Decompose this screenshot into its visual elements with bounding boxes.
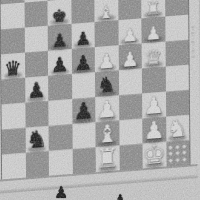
square-h5[interactable] [165, 40, 189, 67]
black-pawn-glyph: ♟ [27, 80, 46, 103]
square-c1[interactable] [49, 149, 73, 176]
piece-white-bishop-e7[interactable]: ♝ [94, 0, 118, 22]
piece-black-pawn-d5[interactable]: ♟ [71, 32, 95, 74]
square-c2[interactable] [49, 124, 73, 151]
corner-ornament: ◆ ◆ ◆ ◆ ◆ ◆ ◆ ◆ ◆ [166, 140, 190, 167]
black-pawn-glyph: ♟ [73, 99, 94, 124]
piece-white-rook-e1[interactable]: ♜ [95, 131, 119, 173]
black-pawn-glyph: ♟ [51, 54, 69, 75]
piece-black-knight-b2[interactable]: ♞ [25, 111, 49, 153]
white-queen-glyph: ♛ [144, 47, 162, 68]
square-f3[interactable] [119, 94, 143, 121]
black-pawn-glyph: ♟ [74, 52, 92, 73]
piece-white-king-g1[interactable]: ♚ [142, 127, 166, 169]
square-f2[interactable] [119, 119, 143, 146]
square-h6[interactable] [165, 15, 189, 42]
piece-white-knight-h2[interactable]: ♞ [166, 100, 190, 142]
square-a2[interactable] [2, 128, 26, 155]
square-a7[interactable] [1, 3, 25, 30]
square-f1[interactable] [119, 144, 143, 171]
piece-black-pawn-b4[interactable]: ♟ [25, 61, 49, 103]
square-h4[interactable] [165, 65, 189, 92]
chess-board: ◆ ◆ ◆ ◆ ◆ ◆ ◆ ◆ ◆♚♝♜♟♟♟♟♛♟♟♟♟♛♟♞♟♟♟♞♝♟♞♜… [0, 0, 200, 192]
white-king-glyph: ♚ [143, 141, 166, 169]
white-pawn-glyph: ♟ [121, 49, 139, 70]
board-play-area: ◆ ◆ ◆ ◆ ◆ ◆ ◆ ◆ ◆♚♝♜♟♟♟♟♛♟♟♟♟♛♟♞♟♟♟♞♝♟♞♜… [0, 0, 190, 180]
square-a1[interactable] [2, 153, 26, 180]
square-a4[interactable] [1, 78, 25, 105]
square-c3[interactable] [48, 99, 72, 126]
piece-black-pawn-d3[interactable]: ♟ [72, 82, 96, 124]
square-b6[interactable] [24, 26, 48, 53]
square-b1[interactable] [25, 151, 49, 178]
square-a3[interactable] [1, 103, 25, 130]
square-d2[interactable] [72, 122, 96, 149]
piece-black-pawn-c5[interactable]: ♟ [48, 34, 72, 76]
white-knight-glyph: ♞ [167, 116, 189, 142]
black-knight-glyph: ♞ [26, 127, 48, 153]
square-c4[interactable] [48, 74, 72, 101]
photo-scene: ◆ ◆ ◆ ◆ ◆ ◆ ◆ ◆ ◆♚♝♜♟♟♟♟♛♟♟♟♟♛♟♞♟♟♟♞♝♟♞♜… [0, 0, 200, 200]
square-b7[interactable] [24, 1, 48, 28]
piece-white-queen-g5[interactable]: ♛ [141, 27, 165, 69]
black-queen-glyph: ♛ [4, 58, 22, 79]
captured-piece-black[interactable]: ♟ [113, 193, 127, 200]
white-bishop-glyph: ♝ [98, 4, 113, 22]
board-edge-inscription: ı·ı··ı··ı·ı [191, 26, 197, 60]
square-h1[interactable]: ◆ ◆ ◆ ◆ ◆ ◆ ◆ ◆ ◆ [166, 140, 190, 167]
board-right-frame: ı·ı··ı··ı·ı [187, 0, 200, 167]
square-d1[interactable] [72, 147, 96, 174]
square-f4[interactable] [118, 69, 142, 96]
white-rook-glyph: ♜ [96, 145, 119, 173]
piece-white-pawn-f5[interactable]: ♟ [118, 28, 142, 70]
piece-black-queen-a5[interactable]: ♛ [1, 38, 25, 80]
